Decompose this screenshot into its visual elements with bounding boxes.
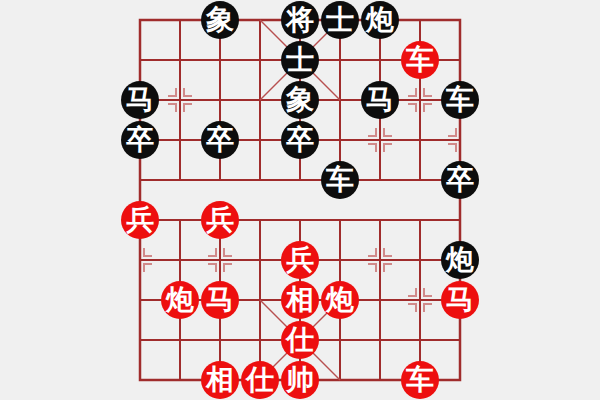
piece-red-advisor[interactable]: 仕 (241, 361, 279, 399)
piece-black-elephant[interactable]: 象 (201, 1, 239, 39)
piece-red-soldier[interactable]: 兵 (121, 201, 159, 239)
piece-red-soldier[interactable]: 兵 (281, 241, 319, 279)
pieces-layer: 象将士炮士车马象马车卒卒卒车卒兵兵兵炮炮马相炮马仕相仕帅车 (0, 0, 600, 400)
piece-black-general[interactable]: 将 (281, 1, 319, 39)
piece-black-soldier[interactable]: 卒 (441, 161, 479, 199)
piece-red-horse[interactable]: 马 (201, 281, 239, 319)
piece-black-horse[interactable]: 马 (361, 81, 399, 119)
piece-red-elephant[interactable]: 相 (201, 361, 239, 399)
piece-red-cannon[interactable]: 炮 (321, 281, 359, 319)
piece-black-elephant[interactable]: 象 (281, 81, 319, 119)
piece-black-soldier[interactable]: 卒 (201, 121, 239, 159)
piece-red-general[interactable]: 帅 (281, 361, 319, 399)
piece-black-cannon[interactable]: 炮 (441, 241, 479, 279)
piece-red-cannon[interactable]: 炮 (161, 281, 199, 319)
xiangqi-board: 象将士炮士车马象马车卒卒卒车卒兵兵兵炮炮马相炮马仕相仕帅车 (0, 0, 600, 400)
piece-black-chariot[interactable]: 车 (321, 161, 359, 199)
piece-red-horse[interactable]: 马 (441, 281, 479, 319)
piece-black-advisor[interactable]: 士 (321, 1, 359, 39)
piece-black-cannon[interactable]: 炮 (361, 1, 399, 39)
piece-red-soldier[interactable]: 兵 (201, 201, 239, 239)
piece-black-soldier[interactable]: 卒 (281, 121, 319, 159)
piece-black-soldier[interactable]: 卒 (121, 121, 159, 159)
piece-red-elephant[interactable]: 相 (281, 281, 319, 319)
piece-black-advisor[interactable]: 士 (281, 41, 319, 79)
piece-red-chariot[interactable]: 车 (401, 361, 439, 399)
piece-black-horse[interactable]: 马 (121, 81, 159, 119)
piece-red-advisor[interactable]: 仕 (281, 321, 319, 359)
piece-black-chariot[interactable]: 车 (441, 81, 479, 119)
piece-red-chariot[interactable]: 车 (401, 41, 439, 79)
